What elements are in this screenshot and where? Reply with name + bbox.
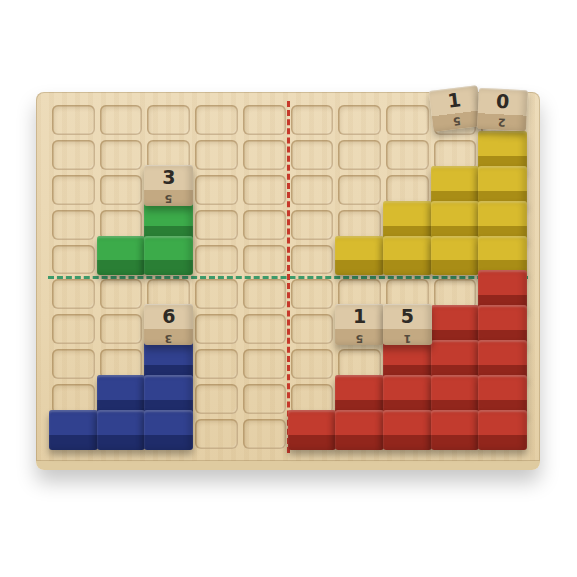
number-cube-front-digit: 3 <box>144 330 193 346</box>
number-cube-5[interactable]: 51 <box>383 304 432 345</box>
cell-r6c4[interactable] <box>195 279 238 309</box>
cell-r10c1[interactable] <box>52 419 95 449</box>
cell-r6c2[interactable] <box>100 279 143 309</box>
number-cube-top-digit: 6 <box>144 304 193 329</box>
yellow-cube[interactable] <box>478 166 527 206</box>
cell-r6c1[interactable] <box>52 279 95 309</box>
number-cube-top-digit: 0 <box>478 88 528 115</box>
yellow-cube[interactable] <box>431 166 480 206</box>
cell-r5c5[interactable] <box>243 245 286 275</box>
cell-r2c5[interactable] <box>243 140 286 170</box>
red-cube[interactable] <box>431 410 480 450</box>
cell-r5c6[interactable] <box>291 245 334 275</box>
cell-r5c1[interactable] <box>52 245 95 275</box>
cell-r10c2[interactable] <box>100 419 143 449</box>
blue-cube[interactable] <box>97 410 146 450</box>
cell-r1c2[interactable] <box>100 105 143 135</box>
cell-r3c1[interactable] <box>52 175 95 205</box>
red-cube[interactable] <box>478 410 527 450</box>
cell-r6c6[interactable] <box>291 279 334 309</box>
cell-r7c2[interactable] <box>100 314 143 344</box>
number-cube-front-digit: 5 <box>144 190 193 206</box>
red-cube[interactable] <box>478 305 527 345</box>
cell-r9c4[interactable] <box>195 384 238 414</box>
red-cube[interactable] <box>288 410 337 450</box>
number-cube-top-digit: 1 <box>335 304 384 329</box>
cell-r1c9[interactable]: 15 <box>434 105 477 135</box>
cell-r1c3[interactable] <box>147 105 190 135</box>
green-cube[interactable] <box>97 236 146 276</box>
cell-r10c10[interactable] <box>481 419 524 449</box>
cell-r3c7[interactable] <box>338 175 381 205</box>
cell-r3c4[interactable] <box>195 175 238 205</box>
yellow-cube[interactable] <box>383 201 432 241</box>
green-cube[interactable] <box>144 236 193 276</box>
cell-r5c2[interactable] <box>100 245 143 275</box>
number-cube-top-digit: 5 <box>383 304 432 329</box>
cell-r3c6[interactable] <box>291 175 334 205</box>
red-cube[interactable] <box>383 375 432 415</box>
yellow-cube[interactable] <box>335 236 384 276</box>
cell-r5c4[interactable] <box>195 245 238 275</box>
cell-r7c8[interactable]: 51 <box>386 314 429 344</box>
green-cube[interactable] <box>144 201 193 241</box>
cell-r4c1[interactable] <box>52 210 95 240</box>
red-cube[interactable] <box>478 270 527 310</box>
cell-r1c7[interactable] <box>338 105 381 135</box>
cell-r8c1[interactable] <box>52 349 95 379</box>
blue-cube[interactable] <box>144 375 193 415</box>
cell-r5c3[interactable] <box>147 245 190 275</box>
cell-r10c5[interactable] <box>243 419 286 449</box>
blue-cube[interactable] <box>97 375 146 415</box>
cell-r4c6[interactable] <box>291 210 334 240</box>
red-cube[interactable] <box>431 375 480 415</box>
cell-r7c1[interactable] <box>52 314 95 344</box>
number-cube-front-digit: 5 <box>335 330 384 346</box>
cell-r1c1[interactable] <box>52 105 95 135</box>
blue-cube[interactable] <box>49 410 98 450</box>
cell-r2c7[interactable] <box>338 140 381 170</box>
photo-stage: 150235631551 <box>0 0 577 577</box>
number-cube-3[interactable]: 35 <box>144 165 193 206</box>
yellow-cube[interactable] <box>431 201 480 241</box>
cell-r10c9[interactable] <box>434 419 477 449</box>
cell-r3c2[interactable] <box>100 175 143 205</box>
vertical-red-divider <box>287 101 290 453</box>
number-cube-1[interactable]: 15 <box>335 304 384 345</box>
number-cube-front-digit: 2 <box>477 113 526 131</box>
cell-r1c5[interactable] <box>243 105 286 135</box>
cell-r7c6[interactable] <box>291 314 334 344</box>
red-cube[interactable] <box>335 410 384 450</box>
number-cube-0[interactable]: 02 <box>477 88 528 131</box>
yellow-cube[interactable] <box>431 236 480 276</box>
number-cube-front-digit: 1 <box>383 330 432 346</box>
yellow-cube[interactable] <box>478 131 527 171</box>
cell-r2c6[interactable] <box>291 140 334 170</box>
cell-r1c8[interactable] <box>386 105 429 135</box>
cell-r5c7[interactable] <box>338 245 381 275</box>
cell-r2c8[interactable] <box>386 140 429 170</box>
number-cube-1[interactable]: 15 <box>428 85 481 132</box>
cell-r10c7[interactable] <box>338 419 381 449</box>
cell-r1c4[interactable] <box>195 105 238 135</box>
red-cube[interactable] <box>383 410 432 450</box>
cell-r2c4[interactable] <box>195 140 238 170</box>
cell-r7c5[interactable] <box>243 314 286 344</box>
cell-r2c2[interactable] <box>100 140 143 170</box>
cell-r1c6[interactable] <box>291 105 334 135</box>
cell-r10c6[interactable] <box>291 419 334 449</box>
number-cube-6[interactable]: 63 <box>144 304 193 345</box>
cell-r8c4[interactable] <box>195 349 238 379</box>
cell-r8c6[interactable] <box>291 349 334 379</box>
cell-r6c5[interactable] <box>243 279 286 309</box>
cell-r10c8[interactable] <box>386 419 429 449</box>
yellow-cube[interactable] <box>383 236 432 276</box>
cell-r7c3[interactable]: 63 <box>147 314 190 344</box>
cell-r10c3[interactable] <box>147 419 190 449</box>
cell-r10c4[interactable] <box>195 419 238 449</box>
cell-r4c4[interactable] <box>195 210 238 240</box>
number-cube-top-digit: 3 <box>144 165 193 190</box>
cell-r4c5[interactable] <box>243 210 286 240</box>
cell-r7c7[interactable]: 15 <box>338 314 381 344</box>
cell-r3c5[interactable] <box>243 175 286 205</box>
board-grid: 150235631551 <box>52 105 524 449</box>
cell-r5c9[interactable] <box>434 245 477 275</box>
blue-cube[interactable] <box>144 410 193 450</box>
cell-r2c1[interactable] <box>52 140 95 170</box>
cell-r8c5[interactable] <box>243 349 286 379</box>
cell-r5c8[interactable] <box>386 245 429 275</box>
cell-r9c5[interactable] <box>243 384 286 414</box>
cell-r3c3[interactable]: 35 <box>147 175 190 205</box>
red-cube[interactable] <box>478 375 527 415</box>
red-cube[interactable] <box>335 375 384 415</box>
cell-r7c4[interactable] <box>195 314 238 344</box>
yellow-cube[interactable] <box>478 201 527 241</box>
counting-board: 150235631551 <box>36 92 540 470</box>
red-cube[interactable] <box>431 305 480 345</box>
